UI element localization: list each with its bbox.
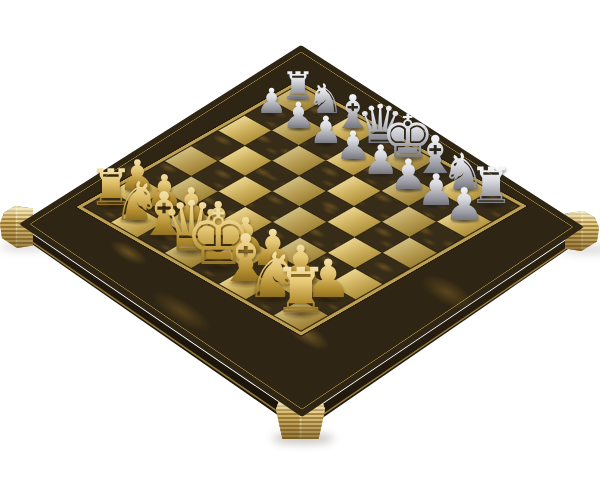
chess-set-photo: ♜♞♟♝♟♛♟♚♟♝♟♞♟♟♜♟♟♜♟♟♞♟♝♟♛♚♟♝♟♞♟♜: [0, 0, 600, 480]
piece-silver-pawn-h7[interactable]: ♟: [444, 182, 485, 227]
piece-gold-rook-h1[interactable]: ♜: [273, 261, 329, 323]
